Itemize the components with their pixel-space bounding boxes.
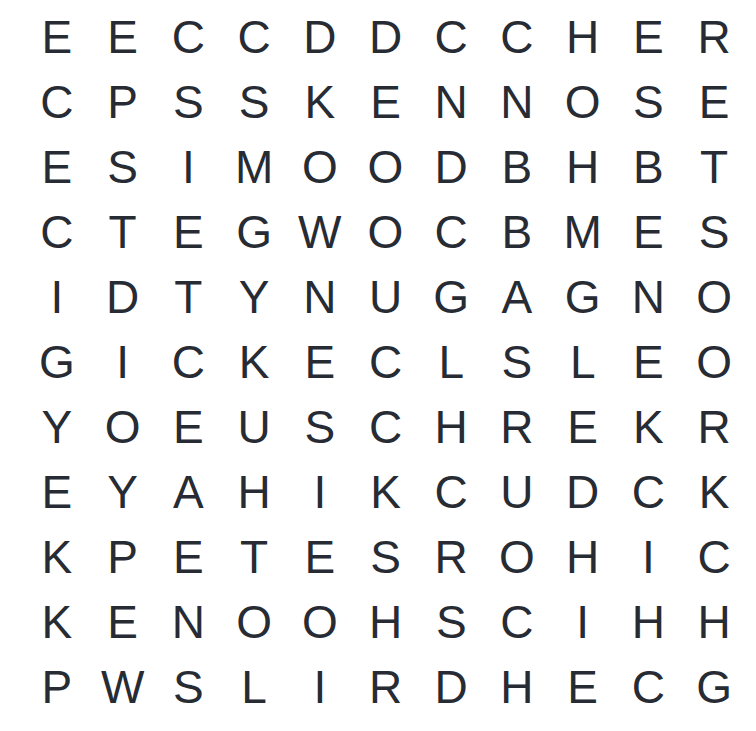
grid-cell[interactable]: C <box>418 199 484 264</box>
grid-cell[interactable]: R <box>353 655 419 720</box>
grid-cell[interactable]: E <box>24 460 90 525</box>
grid-cell[interactable]: L <box>221 655 287 720</box>
grid-cell[interactable]: M <box>550 199 616 264</box>
grid-cell[interactable]: E <box>616 199 682 264</box>
grid-cell[interactable]: S <box>681 199 747 264</box>
grid-cell[interactable]: G <box>418 264 484 329</box>
grid-cell[interactable]: E <box>90 4 156 69</box>
grid-cell[interactable]: O <box>287 590 353 655</box>
grid-cell[interactable]: O <box>550 69 616 134</box>
grid-cell[interactable]: K <box>353 460 419 525</box>
grid-cell[interactable]: E <box>155 199 221 264</box>
grid-cell[interactable]: M <box>221 134 287 199</box>
grid-cell[interactable]: R <box>681 395 747 460</box>
grid-cell[interactable]: P <box>90 525 156 590</box>
grid-cell[interactable]: A <box>155 460 221 525</box>
grid-cell[interactable]: H <box>418 395 484 460</box>
grid-cell[interactable]: S <box>221 69 287 134</box>
grid-cell[interactable]: N <box>418 69 484 134</box>
grid-cell[interactable]: U <box>221 395 287 460</box>
grid-cell[interactable]: C <box>681 525 747 590</box>
grid-cell[interactable]: H <box>550 134 616 199</box>
grid-cell[interactable]: K <box>24 525 90 590</box>
grid-cell[interactable]: Y <box>24 395 90 460</box>
grid-cell[interactable]: R <box>484 395 550 460</box>
grid-cell[interactable]: I <box>287 655 353 720</box>
grid-cell[interactable]: E <box>550 655 616 720</box>
grid-cell[interactable]: B <box>484 134 550 199</box>
grid-cell[interactable]: O <box>353 134 419 199</box>
grid-cell[interactable]: B <box>616 134 682 199</box>
grid-cell[interactable]: E <box>90 590 156 655</box>
grid-cell[interactable]: G <box>550 264 616 329</box>
grid-cell[interactable]: K <box>616 395 682 460</box>
grid-cell[interactable]: E <box>616 4 682 69</box>
grid-cell[interactable]: C <box>418 460 484 525</box>
grid-cell[interactable]: H <box>484 655 550 720</box>
grid-cell[interactable]: E <box>287 329 353 394</box>
grid-cell[interactable]: N <box>155 590 221 655</box>
grid-cell[interactable]: T <box>221 525 287 590</box>
grid-cell[interactable]: S <box>484 329 550 394</box>
grid-cell[interactable]: C <box>484 590 550 655</box>
grid-cell[interactable]: H <box>353 590 419 655</box>
word-search-grid: EECCDDCCHERCPSSKENNOSEESIMOODBHBTCTEGWOC… <box>24 4 747 720</box>
grid-cell[interactable]: W <box>287 199 353 264</box>
grid-cell[interactable]: H <box>681 590 747 655</box>
grid-cell[interactable]: C <box>221 4 287 69</box>
grid-cell[interactable]: O <box>681 329 747 394</box>
grid-cell[interactable]: E <box>24 134 90 199</box>
grid-cell[interactable]: T <box>90 199 156 264</box>
grid-cell[interactable]: E <box>681 69 747 134</box>
grid-cell[interactable]: C <box>616 655 682 720</box>
grid-cell[interactable]: C <box>24 69 90 134</box>
grid-cell[interactable]: P <box>90 69 156 134</box>
grid-cell[interactable]: O <box>221 590 287 655</box>
grid-cell[interactable]: A <box>484 264 550 329</box>
grid-cell[interactable]: N <box>484 69 550 134</box>
grid-cell[interactable]: L <box>550 329 616 394</box>
grid-cell[interactable]: T <box>681 134 747 199</box>
grid-cell[interactable]: L <box>418 329 484 394</box>
grid-cell[interactable]: C <box>616 460 682 525</box>
grid-cell[interactable]: S <box>353 525 419 590</box>
grid-cell[interactable]: H <box>221 460 287 525</box>
grid-cell[interactable]: I <box>155 134 221 199</box>
grid-cell[interactable]: U <box>484 460 550 525</box>
grid-cell[interactable]: T <box>155 264 221 329</box>
grid-cell[interactable]: D <box>418 655 484 720</box>
grid-cell[interactable]: G <box>24 329 90 394</box>
grid-cell[interactable]: O <box>681 264 747 329</box>
grid-cell[interactable]: S <box>155 655 221 720</box>
grid-cell[interactable]: E <box>353 69 419 134</box>
grid-cell[interactable]: K <box>287 69 353 134</box>
grid-cell[interactable]: O <box>484 525 550 590</box>
grid-cell[interactable]: E <box>550 395 616 460</box>
grid-cell[interactable]: O <box>90 395 156 460</box>
grid-cell[interactable]: K <box>24 590 90 655</box>
grid-cell[interactable]: D <box>418 134 484 199</box>
grid-cell[interactable]: I <box>550 590 616 655</box>
grid-cell[interactable]: C <box>418 4 484 69</box>
grid-cell[interactable]: D <box>353 4 419 69</box>
grid-cell[interactable]: B <box>484 199 550 264</box>
grid-cell[interactable]: C <box>155 4 221 69</box>
grid-cell[interactable]: C <box>24 199 90 264</box>
grid-cell[interactable]: S <box>287 395 353 460</box>
grid-cell[interactable]: Y <box>221 264 287 329</box>
grid-cell[interactable]: C <box>353 329 419 394</box>
grid-cell[interactable]: E <box>287 525 353 590</box>
grid-cell[interactable]: E <box>155 395 221 460</box>
grid-cell[interactable]: D <box>90 264 156 329</box>
grid-cell[interactable]: C <box>155 329 221 394</box>
grid-cell[interactable]: R <box>681 4 747 69</box>
grid-cell[interactable]: U <box>353 264 419 329</box>
grid-cell[interactable]: I <box>287 460 353 525</box>
grid-cell[interactable]: E <box>24 4 90 69</box>
grid-cell[interactable]: D <box>287 4 353 69</box>
grid-cell[interactable]: D <box>550 460 616 525</box>
grid-cell[interactable]: S <box>155 69 221 134</box>
grid-cell[interactable]: N <box>616 264 682 329</box>
grid-cell[interactable]: K <box>681 460 747 525</box>
grid-cell[interactable]: C <box>353 395 419 460</box>
grid-cell[interactable]: S <box>418 590 484 655</box>
grid-cell[interactable]: P <box>24 655 90 720</box>
grid-cell[interactable]: G <box>681 655 747 720</box>
grid-cell[interactable]: I <box>24 264 90 329</box>
grid-cell[interactable]: S <box>616 69 682 134</box>
grid-cell[interactable]: H <box>550 4 616 69</box>
grid-cell[interactable]: O <box>287 134 353 199</box>
grid-cell[interactable]: E <box>616 329 682 394</box>
grid-cell[interactable]: H <box>550 525 616 590</box>
grid-cell[interactable]: G <box>221 199 287 264</box>
grid-cell[interactable]: I <box>90 329 156 394</box>
grid-cell[interactable]: Y <box>90 460 156 525</box>
grid-cell[interactable]: W <box>90 655 156 720</box>
grid-cell[interactable]: H <box>616 590 682 655</box>
grid-cell[interactable]: K <box>221 329 287 394</box>
grid-cell[interactable]: C <box>484 4 550 69</box>
grid-cell[interactable]: S <box>90 134 156 199</box>
grid-cell[interactable]: R <box>418 525 484 590</box>
grid-cell[interactable]: I <box>616 525 682 590</box>
grid-cell[interactable]: N <box>287 264 353 329</box>
grid-cell[interactable]: O <box>353 199 419 264</box>
grid-cell[interactable]: E <box>155 525 221 590</box>
